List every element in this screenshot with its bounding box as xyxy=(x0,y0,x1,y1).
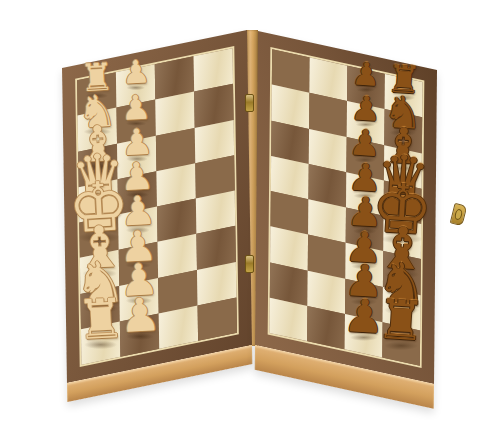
hinge-icon xyxy=(245,255,254,273)
square-7-4[interactable] xyxy=(269,297,307,341)
square-7-3[interactable] xyxy=(198,297,237,341)
piece-wR[interactable]: ♜ xyxy=(75,292,126,349)
piece-wP[interactable]: ♟ xyxy=(121,56,151,89)
piece-bP[interactable]: ♟ xyxy=(351,58,381,91)
square-7-2[interactable] xyxy=(159,305,198,349)
square-7-5[interactable] xyxy=(307,306,345,350)
chess-set-photo: ♜♟♟♜♞♟♟♞♝♟♟♝♛♟♟♛♚♟♟♚♝♟♟♝♞♟♟♞♜♟♟♜ xyxy=(0,0,500,422)
brass-clasp-icon xyxy=(450,203,468,227)
hinge-icon xyxy=(245,94,254,112)
piece-bR[interactable]: ♜ xyxy=(375,292,427,349)
